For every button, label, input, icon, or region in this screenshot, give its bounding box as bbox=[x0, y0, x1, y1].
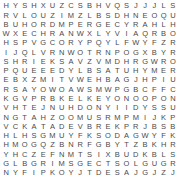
grid-cell[interactable]: S bbox=[113, 159, 122, 168]
grid-cell[interactable]: G bbox=[140, 159, 149, 168]
grid-cell[interactable]: I bbox=[29, 57, 38, 66]
grid-cell[interactable]: S bbox=[57, 57, 66, 66]
grid-cell[interactable]: U bbox=[57, 131, 66, 140]
grid-cell[interactable]: A bbox=[29, 113, 38, 122]
grid-cell[interactable]: L bbox=[159, 2, 168, 11]
grid-cell[interactable]: O bbox=[85, 103, 94, 112]
grid-cell[interactable]: G bbox=[29, 159, 38, 168]
grid-cell[interactable]: E bbox=[39, 66, 48, 75]
grid-cell[interactable]: R bbox=[2, 11, 11, 20]
grid-cell[interactable]: L bbox=[76, 94, 85, 103]
grid-cell[interactable]: Y bbox=[11, 168, 20, 177]
grid-cell[interactable]: N bbox=[103, 48, 112, 57]
grid-cell[interactable]: U bbox=[48, 2, 57, 11]
grid-cell[interactable]: A bbox=[122, 131, 131, 140]
grid-cell[interactable]: L bbox=[159, 150, 168, 159]
grid-cell[interactable]: F bbox=[85, 140, 94, 149]
grid-cell[interactable]: S bbox=[11, 39, 20, 48]
grid-cell[interactable]: C bbox=[113, 20, 122, 29]
grid-cell[interactable]: O bbox=[159, 94, 168, 103]
grid-cell[interactable]: R bbox=[131, 20, 140, 29]
grid-cell[interactable]: A bbox=[140, 20, 149, 29]
grid-cell[interactable]: O bbox=[57, 113, 66, 122]
grid-cell[interactable]: V bbox=[29, 39, 38, 48]
grid-cell[interactable]: H bbox=[11, 103, 20, 112]
grid-cell[interactable]: P bbox=[39, 168, 48, 177]
grid-cell[interactable]: Y bbox=[122, 20, 131, 29]
grid-cell[interactable]: G bbox=[39, 39, 48, 48]
grid-cell[interactable]: E bbox=[140, 11, 149, 20]
grid-cell[interactable]: B bbox=[113, 150, 122, 159]
grid-cell[interactable]: M bbox=[39, 76, 48, 85]
grid-cell[interactable]: D bbox=[131, 103, 140, 112]
grid-cell[interactable]: O bbox=[122, 159, 131, 168]
grid-cell[interactable]: A bbox=[29, 122, 38, 131]
grid-cell[interactable]: K bbox=[150, 140, 159, 149]
grid-cell[interactable]: S bbox=[76, 2, 85, 11]
grid-cell[interactable]: P bbox=[150, 94, 159, 103]
grid-cell[interactable]: R bbox=[85, 20, 94, 29]
grid-cell[interactable]: Y bbox=[140, 66, 149, 75]
grid-cell[interactable]: H bbox=[11, 150, 20, 159]
grid-cell[interactable]: R bbox=[168, 66, 177, 75]
grid-cell[interactable]: Z bbox=[29, 150, 38, 159]
grid-cell[interactable]: S bbox=[94, 131, 103, 140]
grid-cell[interactable]: T bbox=[122, 140, 131, 149]
grid-cell[interactable]: G bbox=[2, 159, 11, 168]
grid-cell[interactable]: R bbox=[168, 48, 177, 57]
grid-cell[interactable]: S bbox=[122, 2, 131, 11]
grid-cell[interactable]: R bbox=[2, 85, 11, 94]
grid-cell[interactable]: L bbox=[11, 159, 20, 168]
grid-cell[interactable]: C bbox=[94, 159, 103, 168]
grid-cell[interactable]: M bbox=[11, 140, 20, 149]
grid-cell[interactable]: Y bbox=[159, 48, 168, 57]
grid-cell[interactable]: X bbox=[103, 150, 112, 159]
grid-cell[interactable]: H bbox=[20, 20, 29, 29]
grid-cell[interactable]: B bbox=[57, 140, 66, 149]
grid-cell[interactable]: J bbox=[140, 122, 149, 131]
grid-cell[interactable]: O bbox=[66, 113, 75, 122]
grid-cell[interactable]: H bbox=[2, 39, 11, 48]
grid-cell[interactable]: B bbox=[150, 122, 159, 131]
grid-cell[interactable]: H bbox=[29, 2, 38, 11]
grid-cell[interactable]: D bbox=[131, 150, 140, 159]
grid-cell[interactable]: O bbox=[20, 140, 29, 149]
grid-cell[interactable]: O bbox=[57, 39, 66, 48]
grid-cell[interactable]: B bbox=[103, 140, 112, 149]
grid-cell[interactable]: G bbox=[122, 85, 131, 94]
grid-cell[interactable]: K bbox=[85, 94, 94, 103]
grid-cell[interactable]: T bbox=[39, 122, 48, 131]
grid-cell[interactable]: L bbox=[76, 66, 85, 75]
grid-cell[interactable]: E bbox=[103, 20, 112, 29]
grid-cell[interactable]: K bbox=[140, 150, 149, 159]
grid-cell[interactable]: A bbox=[20, 85, 29, 94]
grid-cell[interactable]: R bbox=[168, 39, 177, 48]
grid-cell[interactable]: H bbox=[122, 11, 131, 20]
grid-cell[interactable]: G bbox=[29, 140, 38, 149]
grid-cell[interactable]: N bbox=[2, 113, 11, 122]
grid-cell[interactable]: Y bbox=[140, 39, 149, 48]
grid-cell[interactable]: S bbox=[94, 113, 103, 122]
grid-cell[interactable]: N bbox=[2, 168, 11, 177]
grid-cell[interactable]: Z bbox=[29, 76, 38, 85]
grid-cell[interactable]: B bbox=[85, 66, 94, 75]
grid-cell[interactable]: P bbox=[122, 113, 131, 122]
grid-cell[interactable]: E bbox=[94, 94, 103, 103]
grid-cell[interactable]: F bbox=[150, 85, 159, 94]
grid-cell[interactable]: C bbox=[11, 122, 20, 131]
grid-cell[interactable]: I bbox=[159, 76, 168, 85]
grid-cell[interactable]: A bbox=[122, 168, 131, 177]
grid-cell[interactable]: X bbox=[11, 29, 20, 38]
grid-cell[interactable]: I bbox=[122, 29, 131, 38]
grid-cell[interactable]: U bbox=[20, 66, 29, 75]
grid-cell[interactable]: P bbox=[122, 122, 131, 131]
grid-cell[interactable]: X bbox=[140, 48, 149, 57]
grid-cell[interactable]: U bbox=[168, 11, 177, 20]
grid-cell[interactable]: H bbox=[20, 131, 29, 140]
grid-cell[interactable]: M bbox=[76, 113, 85, 122]
grid-cell[interactable]: R bbox=[20, 57, 29, 66]
grid-cell[interactable]: R bbox=[39, 159, 48, 168]
grid-cell[interactable]: U bbox=[168, 76, 177, 85]
grid-cell[interactable]: D bbox=[113, 11, 122, 20]
grid-cell[interactable]: X bbox=[39, 2, 48, 11]
grid-cell[interactable]: N bbox=[57, 150, 66, 159]
grid-cell[interactable]: A bbox=[113, 76, 122, 85]
grid-cell[interactable]: K bbox=[20, 122, 29, 131]
grid-cell[interactable]: N bbox=[94, 103, 103, 112]
grid-cell[interactable]: P bbox=[150, 76, 159, 85]
grid-cell[interactable]: O bbox=[113, 94, 122, 103]
grid-cell[interactable]: Q bbox=[11, 66, 20, 75]
grid-cell[interactable]: Y bbox=[11, 2, 20, 11]
grid-cell[interactable]: S bbox=[11, 85, 20, 94]
grid-cell[interactable]: Z bbox=[159, 39, 168, 48]
grid-cell[interactable]: G bbox=[159, 159, 168, 168]
grid-cell[interactable]: U bbox=[150, 159, 159, 168]
grid-cell[interactable]: O bbox=[131, 94, 140, 103]
grid-cell[interactable]: A bbox=[131, 29, 140, 38]
grid-cell[interactable]: T bbox=[76, 150, 85, 159]
grid-cell[interactable]: P bbox=[85, 39, 94, 48]
grid-cell[interactable]: U bbox=[39, 11, 48, 20]
grid-cell[interactable]: Z bbox=[159, 168, 168, 177]
grid-cell[interactable]: H bbox=[2, 131, 11, 140]
grid-cell[interactable]: T bbox=[85, 48, 94, 57]
grid-cell[interactable]: Q bbox=[39, 140, 48, 149]
grid-cell[interactable]: G bbox=[11, 94, 20, 103]
grid-cell[interactable]: Y bbox=[66, 66, 75, 75]
grid-cell[interactable]: T bbox=[20, 103, 29, 112]
grid-cell[interactable]: K bbox=[113, 122, 122, 131]
grid-cell[interactable]: H bbox=[150, 20, 159, 29]
grid-cell[interactable]: H bbox=[94, 2, 103, 11]
grid-cell[interactable]: D bbox=[76, 103, 85, 112]
grid-cell[interactable]: E bbox=[39, 150, 48, 159]
grid-cell[interactable]: M bbox=[94, 85, 103, 94]
grid-cell[interactable]: I bbox=[140, 113, 149, 122]
grid-cell[interactable]: S bbox=[168, 150, 177, 159]
grid-cell[interactable]: Z bbox=[57, 2, 66, 11]
grid-cell[interactable]: M bbox=[57, 159, 66, 168]
grid-cell[interactable]: M bbox=[103, 57, 112, 66]
grid-cell[interactable]: F bbox=[122, 39, 131, 48]
grid-cell[interactable]: O bbox=[76, 48, 85, 57]
grid-cell[interactable]: F bbox=[159, 85, 168, 94]
grid-cell[interactable]: O bbox=[168, 29, 177, 38]
grid-cell[interactable]: S bbox=[29, 131, 38, 140]
grid-cell[interactable]: N bbox=[57, 48, 66, 57]
grid-cell[interactable]: W bbox=[76, 76, 85, 85]
grid-cell[interactable]: V bbox=[113, 29, 122, 38]
grid-cell[interactable]: E bbox=[29, 103, 38, 112]
grid-cell[interactable]: H bbox=[39, 113, 48, 122]
grid-cell[interactable]: B bbox=[131, 85, 140, 94]
grid-cell[interactable]: E bbox=[66, 122, 75, 131]
grid-cell[interactable]: W bbox=[66, 48, 75, 57]
grid-cell[interactable]: N bbox=[48, 103, 57, 112]
grid-cell[interactable]: I bbox=[122, 103, 131, 112]
grid-cell[interactable]: W bbox=[76, 85, 85, 94]
grid-cell[interactable]: L bbox=[131, 159, 140, 168]
grid-cell[interactable]: G bbox=[122, 76, 131, 85]
grid-cell[interactable]: W bbox=[48, 85, 57, 94]
grid-cell[interactable]: O bbox=[122, 48, 131, 57]
grid-cell[interactable]: A bbox=[48, 122, 57, 131]
grid-cell[interactable]: D bbox=[57, 66, 66, 75]
grid-cell[interactable]: B bbox=[2, 20, 11, 29]
grid-cell[interactable]: H bbox=[168, 20, 177, 29]
grid-cell[interactable]: S bbox=[168, 2, 177, 11]
grid-cell[interactable]: N bbox=[66, 29, 75, 38]
grid-cell[interactable]: J bbox=[131, 2, 140, 11]
grid-cell[interactable]: N bbox=[131, 11, 140, 20]
grid-cell[interactable]: Y bbox=[103, 94, 112, 103]
grid-cell[interactable]: J bbox=[131, 76, 140, 85]
grid-cell[interactable]: E bbox=[85, 76, 94, 85]
grid-cell[interactable]: Z bbox=[76, 11, 85, 20]
grid-cell[interactable]: J bbox=[131, 168, 140, 177]
grid-cell[interactable]: S bbox=[159, 122, 168, 131]
grid-cell[interactable]: P bbox=[20, 39, 29, 48]
grid-cell[interactable]: G bbox=[131, 48, 140, 57]
grid-cell[interactable]: R bbox=[150, 29, 159, 38]
grid-cell[interactable]: C bbox=[48, 39, 57, 48]
grid-cell[interactable]: Z bbox=[48, 140, 57, 149]
grid-cell[interactable]: O bbox=[168, 57, 177, 66]
grid-cell[interactable]: O bbox=[39, 85, 48, 94]
grid-cell[interactable]: I bbox=[48, 76, 57, 85]
grid-cell[interactable]: K bbox=[159, 113, 168, 122]
grid-cell[interactable]: Y bbox=[103, 103, 112, 112]
grid-cell[interactable]: F bbox=[76, 131, 85, 140]
grid-cell[interactable]: Y bbox=[103, 39, 112, 48]
grid-cell[interactable]: T bbox=[57, 76, 66, 85]
grid-cell[interactable]: V bbox=[66, 76, 75, 85]
grid-cell[interactable]: V bbox=[11, 11, 20, 20]
grid-cell[interactable]: R bbox=[159, 57, 168, 66]
grid-cell[interactable]: B bbox=[94, 11, 103, 20]
grid-cell[interactable]: B bbox=[150, 48, 159, 57]
grid-cell[interactable]: V bbox=[20, 94, 29, 103]
grid-cell[interactable]: M bbox=[113, 113, 122, 122]
grid-cell[interactable]: I bbox=[57, 11, 66, 20]
grid-cell[interactable]: P bbox=[66, 20, 75, 29]
grid-cell[interactable]: V bbox=[2, 103, 11, 112]
grid-cell[interactable]: U bbox=[122, 66, 131, 75]
grid-cell[interactable]: N bbox=[122, 94, 131, 103]
grid-cell[interactable]: S bbox=[85, 85, 94, 94]
grid-cell[interactable]: J bbox=[76, 168, 85, 177]
grid-cell[interactable]: K bbox=[2, 94, 11, 103]
grid-cell[interactable]: E bbox=[20, 29, 29, 38]
grid-cell[interactable]: H bbox=[11, 57, 20, 66]
grid-cell[interactable]: G bbox=[11, 113, 20, 122]
grid-cell[interactable]: Q bbox=[140, 29, 149, 38]
grid-cell[interactable]: S bbox=[159, 103, 168, 112]
grid-cell[interactable]: W bbox=[150, 57, 159, 66]
grid-cell[interactable]: S bbox=[85, 150, 94, 159]
grid-cell[interactable]: C bbox=[140, 85, 149, 94]
grid-cell[interactable]: H bbox=[66, 103, 75, 112]
grid-cell[interactable]: L bbox=[29, 48, 38, 57]
grid-cell[interactable]: K bbox=[48, 57, 57, 66]
grid-cell[interactable]: B bbox=[48, 94, 57, 103]
grid-cell[interactable]: H bbox=[122, 57, 131, 66]
grid-cell[interactable]: R bbox=[66, 39, 75, 48]
grid-cell[interactable]: E bbox=[76, 20, 85, 29]
grid-cell[interactable]: V bbox=[2, 122, 11, 131]
grid-cell[interactable]: R bbox=[168, 159, 177, 168]
grid-cell[interactable]: I bbox=[29, 168, 38, 177]
grid-cell[interactable]: I bbox=[48, 159, 57, 168]
grid-cell[interactable]: V bbox=[39, 48, 48, 57]
grid-cell[interactable]: J bbox=[150, 2, 159, 11]
grid-cell[interactable]: J bbox=[150, 113, 159, 122]
grid-cell[interactable]: E bbox=[103, 168, 112, 177]
grid-cell[interactable]: S bbox=[94, 66, 103, 75]
grid-cell[interactable]: M bbox=[48, 131, 57, 140]
grid-cell[interactable]: O bbox=[140, 94, 149, 103]
grid-cell[interactable]: G bbox=[140, 168, 149, 177]
grid-cell[interactable]: A bbox=[66, 57, 75, 66]
grid-cell[interactable]: B bbox=[85, 2, 94, 11]
grid-cell[interactable]: G bbox=[94, 20, 103, 29]
grid-cell[interactable]: D bbox=[113, 131, 122, 140]
grid-cell[interactable]: T bbox=[103, 159, 112, 168]
grid-cell[interactable]: N bbox=[168, 94, 177, 103]
grid-cell[interactable]: E bbox=[48, 66, 57, 75]
grid-cell[interactable]: V bbox=[76, 122, 85, 131]
grid-cell[interactable]: X bbox=[20, 76, 29, 85]
grid-cell[interactable]: J bbox=[150, 168, 159, 177]
grid-cell[interactable]: R bbox=[39, 94, 48, 103]
grid-cell[interactable]: F bbox=[159, 131, 168, 140]
grid-cell[interactable]: S bbox=[2, 57, 11, 66]
grid-cell[interactable]: R bbox=[39, 20, 48, 29]
grid-cell[interactable]: O bbox=[29, 20, 38, 29]
grid-cell[interactable]: L bbox=[159, 20, 168, 29]
grid-cell[interactable]: R bbox=[48, 29, 57, 38]
grid-cell[interactable]: H bbox=[39, 29, 48, 38]
grid-cell[interactable]: E bbox=[2, 76, 11, 85]
grid-cell[interactable]: G bbox=[131, 131, 140, 140]
grid-cell[interactable]: H bbox=[2, 2, 11, 11]
grid-cell[interactable]: J bbox=[168, 168, 177, 177]
grid-cell[interactable]: S bbox=[113, 168, 122, 177]
grid-cell[interactable]: K bbox=[85, 131, 94, 140]
grid-cell[interactable]: F bbox=[48, 150, 57, 159]
grid-cell[interactable]: E bbox=[39, 57, 48, 66]
grid-cell[interactable]: E bbox=[159, 66, 168, 75]
grid-cell[interactable]: S bbox=[150, 103, 159, 112]
grid-cell[interactable]: H bbox=[140, 76, 149, 85]
grid-cell[interactable]: Y bbox=[140, 103, 149, 112]
grid-cell[interactable]: B bbox=[103, 76, 112, 85]
grid-cell[interactable]: T bbox=[85, 168, 94, 177]
grid-cell[interactable]: P bbox=[168, 113, 177, 122]
grid-cell[interactable]: T bbox=[20, 113, 29, 122]
grid-cell[interactable]: R bbox=[103, 113, 112, 122]
grid-cell[interactable]: M bbox=[66, 11, 75, 20]
grid-cell[interactable]: J bbox=[11, 48, 20, 57]
grid-cell[interactable]: Z bbox=[48, 113, 57, 122]
grid-cell[interactable]: W bbox=[2, 29, 11, 38]
grid-cell[interactable]: V bbox=[76, 57, 85, 66]
grid-cell[interactable]: M bbox=[66, 150, 75, 159]
grid-cell[interactable]: L bbox=[113, 39, 122, 48]
grid-cell[interactable]: E bbox=[66, 94, 75, 103]
grid-cell[interactable]: I bbox=[94, 150, 103, 159]
grid-cell[interactable]: D bbox=[48, 20, 57, 29]
grid-cell[interactable]: W bbox=[103, 85, 112, 94]
grid-cell[interactable]: Y bbox=[2, 150, 11, 159]
grid-cell[interactable]: I bbox=[2, 48, 11, 57]
grid-cell[interactable]: D bbox=[57, 122, 66, 131]
grid-cell[interactable]: Y bbox=[76, 39, 85, 48]
grid-cell[interactable]: B bbox=[85, 122, 94, 131]
grid-cell[interactable]: H bbox=[2, 140, 11, 149]
grid-cell[interactable]: O bbox=[150, 11, 159, 20]
grid-cell[interactable]: Q bbox=[113, 2, 122, 11]
grid-cell[interactable]: O bbox=[57, 85, 66, 94]
grid-cell[interactable]: F bbox=[150, 39, 159, 48]
grid-cell[interactable]: B bbox=[168, 122, 177, 131]
grid-cell[interactable]: Q bbox=[20, 48, 29, 57]
grid-cell[interactable]: R bbox=[94, 48, 103, 57]
grid-cell[interactable]: T bbox=[113, 66, 122, 75]
grid-cell[interactable]: L bbox=[11, 131, 20, 140]
grid-cell[interactable]: B bbox=[11, 76, 20, 85]
grid-cell[interactable]: Y bbox=[103, 29, 112, 38]
grid-cell[interactable]: E bbox=[103, 122, 112, 131]
grid-cell[interactable]: O bbox=[103, 131, 112, 140]
grid-cell[interactable]: H bbox=[131, 66, 140, 75]
grid-cell[interactable]: Y bbox=[29, 85, 38, 94]
grid-cell[interactable]: Y bbox=[113, 140, 122, 149]
grid-cell[interactable]: G bbox=[140, 57, 149, 66]
grid-cell[interactable]: E bbox=[29, 66, 38, 75]
grid-cell[interactable]: A bbox=[57, 29, 66, 38]
grid-cell[interactable]: D bbox=[94, 168, 103, 177]
grid-cell[interactable]: H bbox=[94, 76, 103, 85]
grid-cell[interactable]: B bbox=[20, 159, 29, 168]
grid-cell[interactable]: R bbox=[168, 140, 177, 149]
grid-cell[interactable]: W bbox=[140, 131, 149, 140]
